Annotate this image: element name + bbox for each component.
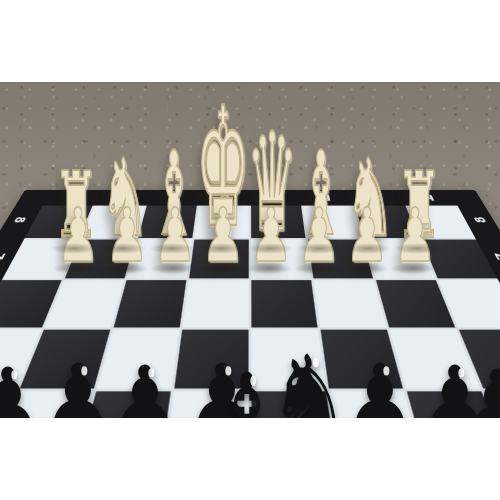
piece-shadow (53, 263, 99, 274)
piece-shadow (342, 263, 388, 274)
piece-shadow (296, 243, 342, 254)
black-pawn-top-7: ♟ (342, 351, 417, 418)
white-pawn-2: ♟ (105, 198, 148, 272)
piece-shadow (102, 263, 148, 274)
piece-shadow (246, 263, 292, 274)
piece-shadow (100, 243, 146, 254)
piece-shadow (150, 263, 196, 274)
piece-shadow (198, 263, 244, 274)
gloss-highlight (148, 368, 154, 377)
piece-shadow (345, 243, 391, 254)
white-pawn-8: ♟ (393, 198, 436, 272)
black-pawn-top-1: ♟ (0, 355, 46, 418)
white-pawn-7: ♟ (345, 198, 388, 272)
white-pawn-1: ♟ (56, 198, 99, 272)
white-pawn-4: ♟ (201, 198, 244, 272)
white-pawn-5: ♟ (249, 198, 292, 272)
piece-shadow (247, 243, 293, 254)
black-knight-top-6: ♞ (267, 340, 353, 418)
gloss-highlight (81, 366, 87, 375)
piece-shadow (390, 263, 436, 274)
piece-shadow (294, 263, 340, 274)
page: 8877665544332211AABBCCDDEEFFGGHH ♜♞♝♚♛♝♞… (0, 0, 500, 500)
piece-shadow (394, 243, 440, 254)
gloss-highlight (250, 376, 256, 386)
gloss-highlight (383, 366, 389, 375)
black-pawn-top-3: ♟ (107, 353, 182, 418)
chess-set-photo: 8877665544332211AABBCCDDEEFFGGHH ♜♞♝♚♛♝♞… (0, 82, 500, 418)
black-pawn-top-2: ♟ (40, 351, 115, 418)
gloss-highlight (313, 358, 319, 368)
white-pawn-3: ♟ (153, 198, 196, 272)
white-pawn-6: ♟ (297, 198, 340, 272)
pieces-layer: ♜♞♝♚♛♝♞♜♟♟♟♟♟♟♟♟♟♟♟♟♝♞♟♟♟ (0, 82, 500, 418)
piece-shadow (51, 243, 97, 254)
piece-shadow (149, 243, 195, 254)
black-pawn-top-9: ♟ (459, 357, 500, 418)
piece-shadow (198, 243, 244, 254)
gloss-highlight (11, 370, 17, 379)
